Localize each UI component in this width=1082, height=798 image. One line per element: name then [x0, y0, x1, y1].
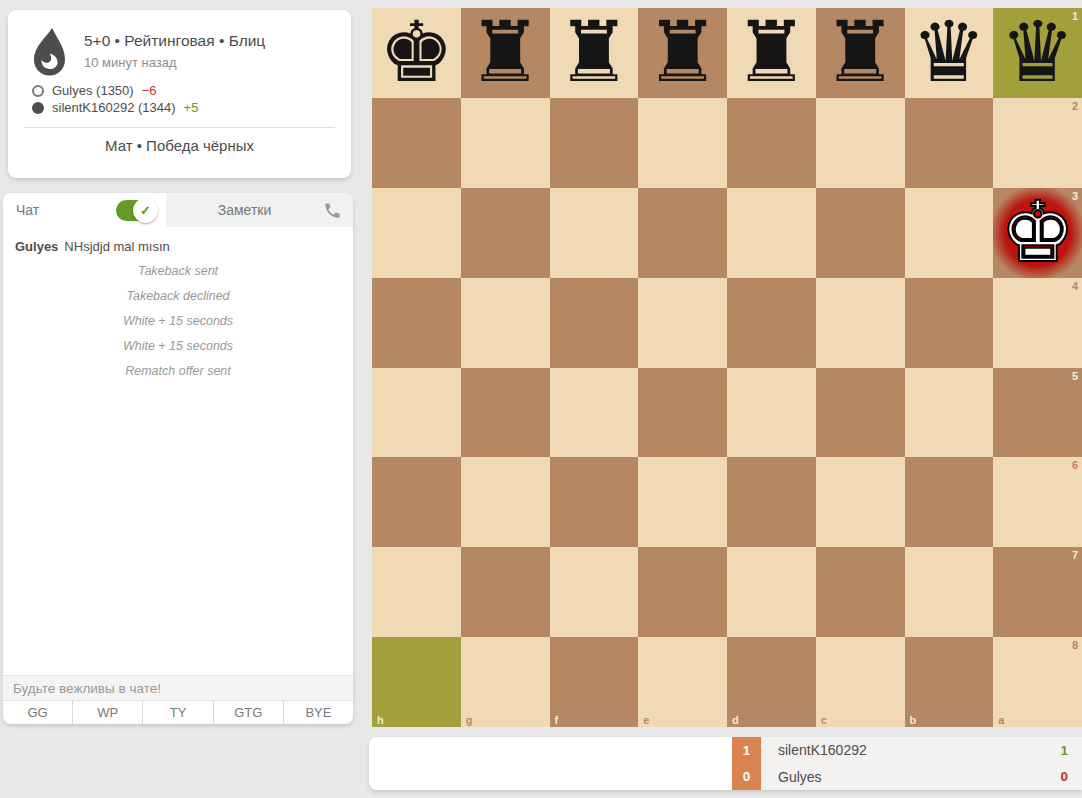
square-f4[interactable] [550, 278, 639, 368]
score-cell-silentk160292: 1 [732, 737, 761, 764]
coord-file-f: f [555, 714, 559, 726]
square-a6[interactable]: 6 [993, 457, 1082, 547]
black-rook-g1[interactable]: ♜ [467, 8, 542, 97]
coord-rank-7: 7 [1072, 549, 1078, 561]
chat-input[interactable] [3, 676, 353, 700]
square-f2[interactable] [550, 98, 639, 188]
game-title: 5+0 • Рейтинговая • Блиц [84, 28, 265, 50]
square-d6[interactable] [727, 457, 816, 547]
square-b4[interactable] [905, 278, 994, 368]
square-e8[interactable]: e [638, 637, 727, 727]
phone-icon[interactable] [323, 201, 342, 220]
score-player-name[interactable]: silentK160292 [778, 742, 1060, 758]
chat-preset-gtg[interactable]: GTG [213, 701, 283, 724]
square-e7[interactable] [638, 547, 727, 637]
square-a1[interactable]: ♛1 [993, 8, 1082, 98]
tab-notes[interactable]: Заметки [166, 193, 353, 227]
square-h1[interactable]: ♚ [372, 8, 461, 98]
chat-presets: GGWPTYGTGBYE [3, 700, 353, 724]
square-e2[interactable] [638, 98, 727, 188]
coord-file-c: c [821, 714, 827, 726]
chat-preset-gg[interactable]: GG [3, 701, 72, 724]
square-c8[interactable]: c [816, 637, 905, 727]
square-e6[interactable] [638, 457, 727, 547]
square-h2[interactable] [372, 98, 461, 188]
chat-message-author[interactable]: Gulyes [15, 239, 58, 254]
player-white-rating-delta: −6 [142, 83, 157, 98]
coord-rank-6: 6 [1072, 459, 1078, 471]
square-h4[interactable] [372, 278, 461, 368]
divider [24, 127, 335, 128]
score-points: 0 [1060, 769, 1068, 784]
square-e1[interactable]: ♜ [638, 8, 727, 98]
square-f6[interactable] [550, 457, 639, 547]
player-black-name[interactable]: silentK160292 (1344) [52, 100, 176, 115]
black-rook-d1[interactable]: ♜ [734, 8, 809, 97]
coord-file-h: h [377, 714, 384, 726]
square-h8[interactable]: h [372, 637, 461, 727]
square-f3[interactable] [550, 188, 639, 278]
square-h3[interactable] [372, 188, 461, 278]
chat-message-text: NHsjdjd mal mısın [64, 239, 169, 254]
square-d3[interactable] [727, 188, 816, 278]
square-g3[interactable] [461, 188, 550, 278]
coord-file-a: a [998, 714, 1004, 726]
square-a2[interactable]: 2 [993, 98, 1082, 188]
coord-rank-4: 4 [1072, 280, 1078, 292]
game-info-text: 5+0 • Рейтинговая • Блиц 10 минут назад [84, 28, 265, 70]
square-c7[interactable] [816, 547, 905, 637]
chat-input-wrap [3, 675, 353, 700]
square-e4[interactable] [638, 278, 727, 368]
game-info-head: 5+0 • Рейтинговая • Блиц 10 минут назад [8, 10, 351, 82]
square-d1[interactable]: ♜ [727, 8, 816, 98]
square-c2[interactable] [816, 98, 905, 188]
square-d4[interactable] [727, 278, 816, 368]
black-rook-f1[interactable]: ♜ [556, 8, 631, 97]
square-b3[interactable] [905, 188, 994, 278]
square-d5[interactable] [727, 368, 816, 458]
coord-rank-8: 8 [1072, 639, 1078, 651]
square-h5[interactable] [372, 368, 461, 458]
square-d2[interactable] [727, 98, 816, 188]
square-c4[interactable] [816, 278, 905, 368]
white-color-icon [32, 85, 44, 97]
notes-tab-label: Заметки [166, 202, 323, 218]
square-c5[interactable] [816, 368, 905, 458]
chess-board: ♚♜♜♜♜♜♛♛12♚34567hgfedcb8a [372, 8, 1082, 727]
chat-preset-wp[interactable]: WP [72, 701, 142, 724]
square-a8[interactable]: 8a [993, 637, 1082, 727]
square-e3[interactable] [638, 188, 727, 278]
square-b6[interactable] [905, 457, 994, 547]
square-a7[interactable]: 7 [993, 547, 1082, 637]
square-g5[interactable] [461, 368, 550, 458]
square-g4[interactable] [461, 278, 550, 368]
flame-blitz-icon [32, 28, 66, 78]
square-b7[interactable] [905, 547, 994, 637]
player-black-rating-delta: +5 [184, 100, 199, 115]
score-row-silentk160292: silentK1602921 [761, 737, 1082, 764]
black-queen-b1[interactable]: ♛ [911, 8, 986, 97]
coord-file-b: b [910, 714, 917, 726]
square-a3[interactable]: ♚3 [993, 188, 1082, 278]
square-b8[interactable]: b [905, 637, 994, 727]
square-c6[interactable] [816, 457, 905, 547]
player-white-name[interactable]: Gulyes (1350) [52, 83, 134, 98]
player-black-row: silentK160292 (1344) +5 [8, 99, 351, 116]
square-g7[interactable] [461, 547, 550, 637]
square-a5[interactable]: 5 [993, 368, 1082, 458]
square-a4[interactable]: 4 [993, 278, 1082, 368]
chat-toggle[interactable]: ✓ [116, 200, 156, 221]
chat-system-message: White + 15 seconds [3, 309, 353, 334]
tab-chat[interactable]: Чат ✓ [3, 193, 166, 227]
square-d7[interactable] [727, 547, 816, 637]
square-g2[interactable] [461, 98, 550, 188]
score-panel: 1silentK16029210Gulyes0 [369, 737, 1082, 790]
square-g1[interactable]: ♜ [461, 8, 550, 98]
chat-toggle-check-icon: ✓ [133, 198, 158, 223]
square-h7[interactable] [372, 547, 461, 637]
chat-system-message: White + 15 seconds [3, 334, 353, 359]
coord-rank-5: 5 [1072, 370, 1078, 382]
square-f1[interactable]: ♜ [550, 8, 639, 98]
score-player-name[interactable]: Gulyes [778, 769, 1060, 785]
game-time-ago: 10 минут назад [84, 55, 265, 70]
chat-system-message: Takeback declined [3, 284, 353, 309]
square-d8[interactable]: d [727, 637, 816, 727]
black-queen-a1[interactable]: ♛ [1000, 8, 1075, 97]
coord-rank-2: 2 [1072, 100, 1078, 112]
square-b1[interactable]: ♛ [905, 8, 994, 98]
chat-tab-label: Чат [16, 202, 39, 218]
square-g6[interactable] [461, 457, 550, 547]
coord-file-g: g [466, 714, 473, 726]
black-rook-c1[interactable]: ♜ [822, 8, 897, 97]
score-points: 1 [1060, 743, 1068, 758]
square-c1[interactable]: ♜ [816, 8, 905, 98]
coord-file-d: d [732, 714, 739, 726]
chat-system-message: Takeback sent [3, 259, 353, 284]
square-g8[interactable]: g [461, 637, 550, 727]
square-f7[interactable] [550, 547, 639, 637]
square-h6[interactable] [372, 457, 461, 547]
square-f5[interactable] [550, 368, 639, 458]
move-list-empty-area [369, 737, 732, 790]
white-king-a3[interactable]: ♚ [1000, 188, 1075, 277]
score-cell-gulyes: 0 [732, 764, 761, 791]
chat-system-message: Rematch offer sent [3, 359, 353, 384]
black-rook-e1[interactable]: ♜ [645, 8, 720, 97]
square-b2[interactable] [905, 98, 994, 188]
black-king-h1[interactable]: ♚ [379, 8, 454, 97]
player-white-row: Gulyes (1350) −6 [8, 82, 351, 99]
chat-message: GulyesNHsjdjd mal mısın [3, 233, 353, 259]
square-c3[interactable] [816, 188, 905, 278]
square-e5[interactable] [638, 368, 727, 458]
chat-header: Чат ✓ Заметки [3, 193, 353, 227]
score-row-gulyes: Gulyes0 [761, 764, 1082, 791]
game-info-card: 5+0 • Рейтинговая • Блиц 10 минут назад … [8, 10, 351, 178]
black-color-icon [32, 102, 44, 114]
chat-preset-ty[interactable]: TY [142, 701, 212, 724]
chat-card: Чат ✓ Заметки GulyesNHsjdjd mal mısınTak… [3, 193, 353, 724]
chat-messages: GulyesNHsjdjd mal mısınTakeback sentTake… [3, 227, 353, 675]
square-f8[interactable]: f [550, 637, 639, 727]
chat-preset-bye[interactable]: BYE [283, 701, 353, 724]
coord-file-e: e [643, 714, 649, 726]
square-b5[interactable] [905, 368, 994, 458]
game-result: Мат • Победа чёрных [8, 137, 351, 154]
